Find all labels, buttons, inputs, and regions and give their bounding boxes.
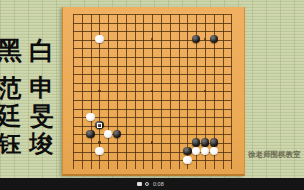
go-board	[62, 7, 245, 176]
black-stone	[183, 147, 191, 155]
white-stone	[183, 156, 191, 164]
black-label: 黑	[0, 36, 23, 64]
black-stone	[86, 130, 94, 138]
player-time-text: 0:08	[153, 181, 164, 187]
player-control-icon[interactable]	[137, 182, 142, 186]
black-stone	[210, 138, 218, 146]
white-stone	[86, 113, 94, 121]
star-point	[98, 90, 100, 92]
video-frame: 黑 范廷钰 白 申旻埈 徐老师围棋教室 0:08	[0, 0, 304, 190]
star-point	[98, 141, 100, 143]
white-label: 白	[28, 36, 55, 64]
white-stone	[95, 147, 103, 155]
video-progress-bar[interactable]: 0:08	[0, 178, 304, 190]
last-move-marker	[97, 123, 102, 128]
black-stone	[192, 138, 200, 146]
player-volume-icon[interactable]	[145, 182, 149, 186]
black-stone	[201, 138, 209, 146]
black-player-column: 黑 范廷钰	[0, 36, 23, 158]
white-player-name: 申旻埈	[28, 74, 55, 158]
watermark-text: 徐老师围棋教室	[248, 150, 301, 160]
white-player-column: 白 申旻埈	[28, 36, 55, 158]
white-stone	[95, 35, 103, 43]
black-player-name: 范廷钰	[0, 74, 23, 158]
